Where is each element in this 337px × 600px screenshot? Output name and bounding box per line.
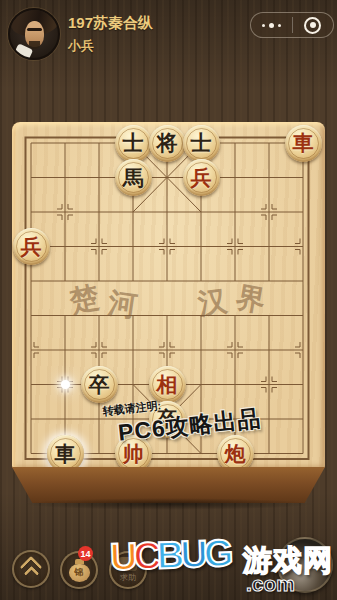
board-shadow (22, 498, 315, 510)
more-options-button[interactable] (251, 13, 292, 37)
black-advisor[interactable]: 士 (115, 125, 152, 162)
site-watermark: UCBUG (109, 532, 230, 579)
avatar-beard (29, 41, 40, 49)
piece-glyph: 兵 (21, 233, 42, 261)
piece-glyph: 車 (55, 440, 76, 468)
piece-glyph: 将 (157, 129, 178, 157)
piece-glyph: 兵 (191, 164, 212, 192)
player-rank: 小兵 (68, 37, 94, 55)
dot-icon (269, 23, 274, 28)
red-soldier[interactable]: 兵 (183, 159, 220, 196)
sparkle-effect (61, 380, 70, 389)
piece-glyph: 車 (293, 129, 314, 157)
red-chariot[interactable]: 車 (285, 125, 322, 162)
red-soldier[interactable]: 兵 (13, 228, 50, 265)
close-icon (304, 17, 321, 34)
piece-glyph: 馬 (123, 164, 144, 192)
black-general[interactable]: 将 (149, 125, 186, 162)
bag-glyph: 锦 (75, 566, 84, 579)
piece-glyph: 相 (157, 371, 178, 399)
money-bag-icon: 锦 (69, 564, 90, 582)
black-soldier[interactable]: 卒 (81, 366, 118, 403)
black-chariot[interactable]: 車 (47, 435, 84, 472)
river-text: 河 (105, 283, 139, 327)
xiangqi-board[interactable]: 楚河汉界 士将士車馬兵兵卒相卒車帅炮 转载请注明: PC6攻略出品 (12, 122, 325, 468)
watermark-letter: B (156, 534, 181, 577)
avatar (8, 8, 60, 60)
game-screen: 197苏秦合纵 小兵 楚河汉界 士将士車馬兵兵卒相卒車帅炮 转载请注明: PC6… (0, 0, 337, 600)
level-title: 197苏秦合纵 (68, 14, 153, 33)
close-button[interactable] (293, 13, 334, 37)
watermark-letter: U (180, 533, 205, 576)
dot-icon (278, 24, 281, 27)
watermark-letter: C (133, 534, 158, 577)
piece-glyph: 卒 (89, 371, 110, 399)
bag-count-badge: 14 (78, 546, 93, 561)
piece-glyph: 士 (123, 129, 144, 157)
collapse-button[interactable] (12, 550, 50, 588)
river-text: 汉 (195, 281, 229, 325)
avatar-brow (27, 28, 42, 31)
piece-glyph: 士 (191, 129, 212, 157)
site-watermark-domain: .com (246, 572, 295, 596)
black-advisor[interactable]: 士 (183, 125, 220, 162)
black-horse[interactable]: 馬 (115, 159, 152, 196)
piece-glyph: 炮 (225, 440, 246, 468)
red-cannon[interactable]: 炮 (217, 435, 254, 472)
watermark-letter: G (203, 532, 230, 575)
dot-icon (262, 24, 265, 27)
watermark-letter: U (109, 535, 134, 578)
miniprogram-capsule (250, 12, 334, 38)
